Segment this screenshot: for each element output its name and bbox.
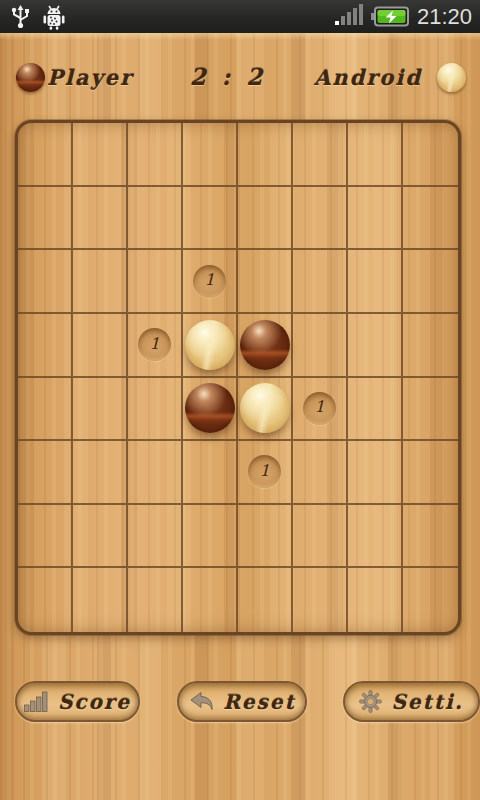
board-cell-c2[interactable] (128, 505, 183, 569)
board-cell-d6[interactable]: 1 (183, 250, 238, 314)
board-cell-g7[interactable] (348, 187, 403, 251)
scoreboard: Player 2 : 2 Android (0, 56, 480, 100)
board-cell-d1[interactable] (183, 568, 238, 632)
usb-icon (10, 5, 31, 29)
board-cell-g6[interactable] (348, 250, 403, 314)
board-cell-h1[interactable] (403, 568, 458, 632)
android-light-disc (240, 383, 290, 433)
hint-glyph: 1 (259, 463, 269, 479)
status-bar-left (10, 4, 67, 30)
board-cell-g5[interactable] (348, 314, 403, 378)
board-cell-e3[interactable]: 1 (238, 441, 293, 505)
board-cell-a7[interactable] (18, 187, 73, 251)
score-value: 2 : 2 (168, 63, 288, 90)
reset-button[interactable]: Reset (177, 681, 307, 722)
board-cell-c5[interactable]: 1 (128, 314, 183, 378)
board-cell-g1[interactable] (348, 568, 403, 632)
board-cell-c3[interactable] (128, 441, 183, 505)
board-cell-b6[interactable] (73, 250, 128, 314)
board-cell-c4[interactable] (128, 378, 183, 442)
player-dark-disc (185, 383, 235, 433)
board-cell-c6[interactable] (128, 250, 183, 314)
board-cell-h4[interactable] (403, 378, 458, 442)
legal-move-hint[interactable]: 1 (248, 455, 281, 488)
board-cell-f6[interactable] (293, 250, 348, 314)
board-cell-d4[interactable] (183, 378, 238, 442)
gear-icon (359, 690, 382, 713)
board-cell-h7[interactable] (403, 187, 458, 251)
clock-time: 21:20 (417, 4, 472, 30)
legal-move-hint[interactable]: 1 (303, 392, 336, 425)
board-cell-e7[interactable] (238, 187, 293, 251)
app-screen: 21:20 Player 2 : 2 Android 1111 Score (0, 0, 480, 800)
board-cell-d8[interactable] (183, 123, 238, 187)
battery-charging-icon (370, 6, 410, 27)
board-cell-a5[interactable] (18, 314, 73, 378)
android-label: Android (314, 65, 422, 90)
reversi-board: 1111 (15, 120, 461, 635)
hint-glyph: 1 (149, 336, 159, 352)
board-cell-b2[interactable] (73, 505, 128, 569)
board-cell-c1[interactable] (128, 568, 183, 632)
board-cell-f3[interactable] (293, 441, 348, 505)
board-cell-g2[interactable] (348, 505, 403, 569)
board-cell-g4[interactable] (348, 378, 403, 442)
board-cell-b3[interactable] (73, 441, 128, 505)
hint-glyph: 1 (204, 272, 214, 288)
wood-top-highlight (0, 33, 480, 40)
board-cell-f8[interactable] (293, 123, 348, 187)
settings-button-label: Setti. (391, 690, 463, 714)
score-button-label: Score (58, 690, 131, 714)
status-bar: 21:20 (0, 0, 480, 33)
player-dark-disc (240, 320, 290, 370)
board-cell-f1[interactable] (293, 568, 348, 632)
board-cell-f7[interactable] (293, 187, 348, 251)
reset-button-label: Reset (223, 690, 296, 714)
board-cell-h6[interactable] (403, 250, 458, 314)
player-disc-icon (16, 63, 45, 92)
board-cell-h3[interactable] (403, 441, 458, 505)
android-light-disc (185, 320, 235, 370)
android-debug-icon (41, 4, 67, 30)
board-cell-b7[interactable] (73, 187, 128, 251)
signal-strength-icon (335, 6, 363, 28)
board-cell-h8[interactable] (403, 123, 458, 187)
board-cell-a4[interactable] (18, 378, 73, 442)
bar-chart-icon (24, 691, 49, 712)
board-cell-b8[interactable] (73, 123, 128, 187)
board-cell-h2[interactable] (403, 505, 458, 569)
board-cell-f5[interactable] (293, 314, 348, 378)
settings-button[interactable]: Setti. (343, 681, 480, 722)
board-cell-d5[interactable] (183, 314, 238, 378)
board-cell-a2[interactable] (18, 505, 73, 569)
android-disc-icon (437, 63, 466, 92)
board-cell-e6[interactable] (238, 250, 293, 314)
board-cell-e8[interactable] (238, 123, 293, 187)
undo-arrow-icon (188, 691, 214, 713)
score-button[interactable]: Score (15, 681, 140, 722)
board-cell-g8[interactable] (348, 123, 403, 187)
hint-glyph: 1 (314, 399, 324, 415)
board-cell-a1[interactable] (18, 568, 73, 632)
board-cell-h5[interactable] (403, 314, 458, 378)
status-bar-right: 21:20 (335, 4, 472, 30)
board-cell-b4[interactable] (73, 378, 128, 442)
board-cell-e5[interactable] (238, 314, 293, 378)
board-cell-b1[interactable] (73, 568, 128, 632)
board-cell-d2[interactable] (183, 505, 238, 569)
legal-move-hint[interactable]: 1 (138, 328, 171, 361)
board-cell-e2[interactable] (238, 505, 293, 569)
board-cell-c8[interactable] (128, 123, 183, 187)
board-cell-b5[interactable] (73, 314, 128, 378)
legal-move-hint[interactable]: 1 (193, 265, 226, 298)
board-cell-a6[interactable] (18, 250, 73, 314)
board-cell-f4[interactable]: 1 (293, 378, 348, 442)
board-cell-a3[interactable] (18, 441, 73, 505)
board-cell-d3[interactable] (183, 441, 238, 505)
player-label: Player (47, 65, 133, 90)
board-cell-f2[interactable] (293, 505, 348, 569)
board-cell-e4[interactable] (238, 378, 293, 442)
board-cell-c7[interactable] (128, 187, 183, 251)
board-cell-a8[interactable] (18, 123, 73, 187)
board-cell-g3[interactable] (348, 441, 403, 505)
board-cell-d7[interactable] (183, 187, 238, 251)
board-cell-e1[interactable] (238, 568, 293, 632)
